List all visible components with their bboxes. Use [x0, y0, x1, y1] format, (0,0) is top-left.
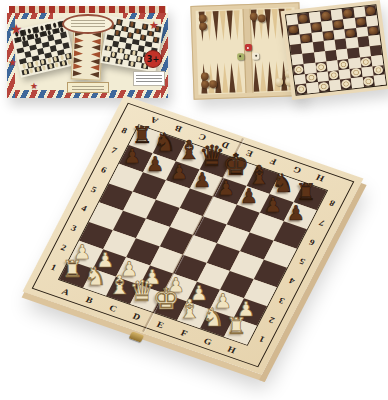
- mini-piece: [23, 69, 27, 75]
- mini-backgammon-point: [73, 70, 82, 76]
- star-icon: ★: [10, 22, 23, 36]
- dark-checker: [366, 6, 376, 15]
- backgammon-point: [265, 9, 272, 39]
- light-checker: [351, 68, 361, 77]
- brown-counter: [209, 80, 217, 88]
- stripe-ribbon-top-left: [15, 13, 53, 19]
- light-checker: [363, 77, 373, 86]
- white-pawn: ♟: [214, 291, 232, 311]
- product-photo: 3+ ★★★★★ ABCDEFGH ABCDEFGH 87654321 8765…: [0, 0, 388, 400]
- black-pawn: ♟: [123, 146, 141, 166]
- star-icon: ★: [30, 82, 38, 91]
- light-checker: [306, 73, 316, 82]
- mini-piece: [117, 59, 121, 64]
- backgammon-point: [272, 9, 279, 39]
- mini-backgammon-point: [73, 64, 82, 70]
- star-icon: ★: [8, 58, 17, 68]
- light-checker: [316, 62, 326, 71]
- dark-checker: [333, 20, 343, 29]
- checkers-square: [373, 75, 385, 86]
- backgammon-point: [221, 63, 228, 93]
- light-checker: [319, 82, 329, 91]
- backgammon-point: [228, 62, 235, 92]
- mini-backgammon-point: [74, 44, 83, 50]
- backgammon-point: [259, 61, 266, 91]
- black-pawn: ♟: [264, 195, 282, 215]
- mini-piece: [42, 65, 46, 71]
- box-mini-backgammon: [71, 27, 104, 80]
- mini-backgammon-point: [90, 71, 99, 77]
- dark-checker: [323, 31, 333, 40]
- white-pawn: ♟: [96, 250, 114, 270]
- black-pawn: ♟: [240, 187, 258, 207]
- chess-board: ABCDEFGH ABCDEFGH 87654321 87654321 ♜♞♝♛…: [23, 95, 364, 375]
- brown-counter: [199, 22, 207, 30]
- black-pawn: ♟: [287, 203, 305, 223]
- brown-counter: [201, 80, 209, 88]
- mini-backgammon-point: [74, 50, 83, 56]
- backgammon-point: [267, 61, 274, 91]
- die: [237, 53, 244, 60]
- backgammon-point: [212, 11, 219, 41]
- die: [244, 44, 251, 51]
- dark-checker: [343, 9, 353, 18]
- mini-backgammon-point: [75, 37, 84, 43]
- mini-backgammon-point: [90, 64, 99, 70]
- mini-piece: [29, 68, 33, 74]
- light-checker: [373, 66, 383, 75]
- white-pawn: ♟: [143, 267, 161, 287]
- backgammon-point: [233, 10, 240, 40]
- light-checker: [341, 79, 351, 88]
- star-icon: ★: [149, 20, 159, 31]
- backgammon-point: [274, 61, 281, 91]
- age-badge: 3+: [144, 50, 162, 68]
- light-checker: [328, 71, 338, 80]
- dark-checker: [289, 25, 299, 34]
- die: [252, 52, 259, 59]
- checkers-board: [281, 0, 388, 100]
- dark-checker: [311, 23, 321, 32]
- mini-piece: [48, 63, 52, 69]
- warning-label: [133, 71, 165, 86]
- white-pawn: ♟: [120, 259, 138, 279]
- mini-backgammon-point: [91, 45, 100, 51]
- dark-checker: [368, 26, 378, 35]
- mini-backgammon-point: [90, 58, 99, 64]
- backgammon-point: [214, 63, 221, 93]
- dark-checker: [299, 14, 309, 23]
- mini-piece: [55, 62, 59, 68]
- box-face: 3+ ★★★★★: [7, 13, 168, 98]
- black-pawn: ♟: [170, 162, 188, 182]
- light-checker: [294, 65, 304, 74]
- mini-backgammon-point: [74, 57, 83, 63]
- light-checker: [361, 57, 371, 66]
- box-bottom-banner: [67, 82, 109, 93]
- mini-piece: [61, 60, 65, 66]
- retail-box: 3+ ★★★★★: [7, 6, 168, 98]
- backgammon-point: [235, 62, 242, 92]
- light-checker: [338, 60, 348, 69]
- dark-checker: [301, 34, 311, 43]
- mini-backgammon-point: [91, 51, 100, 57]
- dark-checker: [346, 29, 356, 38]
- white-pawn: ♟: [190, 283, 208, 303]
- white-pawn: ♟: [237, 299, 255, 319]
- backgammon-point: [219, 11, 226, 41]
- black-pawn: ♟: [193, 170, 211, 190]
- mini-piece: [104, 56, 108, 61]
- black-pawn: ♟: [146, 154, 164, 174]
- mini-piece: [130, 61, 134, 66]
- light-checker: [296, 84, 306, 93]
- dark-checker: [356, 18, 366, 27]
- white-pawn: ♟: [73, 242, 91, 262]
- checkers-squares: [285, 4, 387, 96]
- dark-checker: [321, 11, 331, 20]
- mini-piece: [36, 66, 40, 72]
- mini-backgammon-point: [92, 38, 101, 44]
- backgammon-point: [226, 10, 233, 40]
- chess-board-frame: ABCDEFGH ABCDEFGH 87654321 87654321 ♜♞♝♛…: [23, 95, 364, 375]
- backgammon-point: [252, 62, 259, 92]
- box-title-label: [62, 14, 114, 34]
